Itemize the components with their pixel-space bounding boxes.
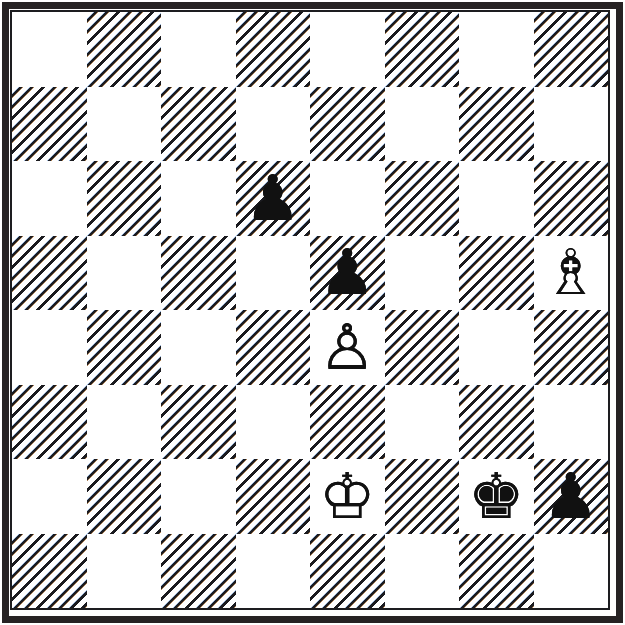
square-c6[interactable] [161, 161, 236, 236]
piece-black-pawn: ♟ [543, 465, 599, 528]
square-d7[interactable] [236, 87, 311, 162]
square-b5[interactable] [87, 236, 162, 311]
square-e6[interactable] [310, 161, 385, 236]
square-d2[interactable] [236, 459, 311, 534]
square-c7[interactable] [161, 87, 236, 162]
square-a1[interactable] [12, 534, 87, 609]
square-b4[interactable] [87, 310, 162, 385]
square-h1[interactable] [534, 534, 609, 609]
square-h2[interactable]: ♟ [534, 459, 609, 534]
square-e8[interactable] [310, 12, 385, 87]
square-h3[interactable] [534, 385, 609, 460]
square-g5[interactable] [459, 236, 534, 311]
chess-diagram: ♟♟♗♙♔♚♟ [0, 0, 625, 625]
piece-white-bishop: ♗ [543, 241, 599, 304]
square-f8[interactable] [385, 12, 460, 87]
square-f5[interactable] [385, 236, 460, 311]
square-f3[interactable] [385, 385, 460, 460]
square-c3[interactable] [161, 385, 236, 460]
square-h6[interactable] [534, 161, 609, 236]
square-f4[interactable] [385, 310, 460, 385]
square-f6[interactable] [385, 161, 460, 236]
square-b2[interactable] [87, 459, 162, 534]
square-e4[interactable]: ♙ [310, 310, 385, 385]
square-e3[interactable] [310, 385, 385, 460]
square-c5[interactable] [161, 236, 236, 311]
square-g7[interactable] [459, 87, 534, 162]
square-a5[interactable] [12, 236, 87, 311]
square-f2[interactable] [385, 459, 460, 534]
square-a3[interactable] [12, 385, 87, 460]
square-e2[interactable]: ♔ [310, 459, 385, 534]
square-f1[interactable] [385, 534, 460, 609]
square-d6[interactable]: ♟ [236, 161, 311, 236]
square-d1[interactable] [236, 534, 311, 609]
square-e5[interactable]: ♟ [310, 236, 385, 311]
square-a8[interactable] [12, 12, 87, 87]
square-b7[interactable] [87, 87, 162, 162]
chess-board: ♟♟♗♙♔♚♟ [12, 12, 608, 608]
piece-black-pawn: ♟ [245, 167, 301, 230]
square-a4[interactable] [12, 310, 87, 385]
square-e7[interactable] [310, 87, 385, 162]
square-a7[interactable] [12, 87, 87, 162]
square-g2[interactable]: ♚ [459, 459, 534, 534]
square-f7[interactable] [385, 87, 460, 162]
square-g4[interactable] [459, 310, 534, 385]
square-d8[interactable] [236, 12, 311, 87]
piece-black-pawn: ♟ [319, 241, 375, 304]
square-h5[interactable]: ♗ [534, 236, 609, 311]
board-inner-frame: ♟♟♗♙♔♚♟ [10, 10, 610, 610]
square-g8[interactable] [459, 12, 534, 87]
square-c4[interactable] [161, 310, 236, 385]
square-d4[interactable] [236, 310, 311, 385]
square-b6[interactable] [87, 161, 162, 236]
piece-white-king: ♔ [319, 465, 375, 528]
square-c1[interactable] [161, 534, 236, 609]
square-a6[interactable] [12, 161, 87, 236]
piece-white-pawn: ♙ [319, 316, 375, 379]
square-b8[interactable] [87, 12, 162, 87]
square-h4[interactable] [534, 310, 609, 385]
square-e1[interactable] [310, 534, 385, 609]
square-d3[interactable] [236, 385, 311, 460]
square-a2[interactable] [12, 459, 87, 534]
piece-black-king: ♚ [468, 465, 524, 528]
square-c8[interactable] [161, 12, 236, 87]
square-g3[interactable] [459, 385, 534, 460]
square-c2[interactable] [161, 459, 236, 534]
square-h8[interactable] [534, 12, 609, 87]
square-b3[interactable] [87, 385, 162, 460]
square-b1[interactable] [87, 534, 162, 609]
square-g6[interactable] [459, 161, 534, 236]
square-d5[interactable] [236, 236, 311, 311]
square-h7[interactable] [534, 87, 609, 162]
square-g1[interactable] [459, 534, 534, 609]
